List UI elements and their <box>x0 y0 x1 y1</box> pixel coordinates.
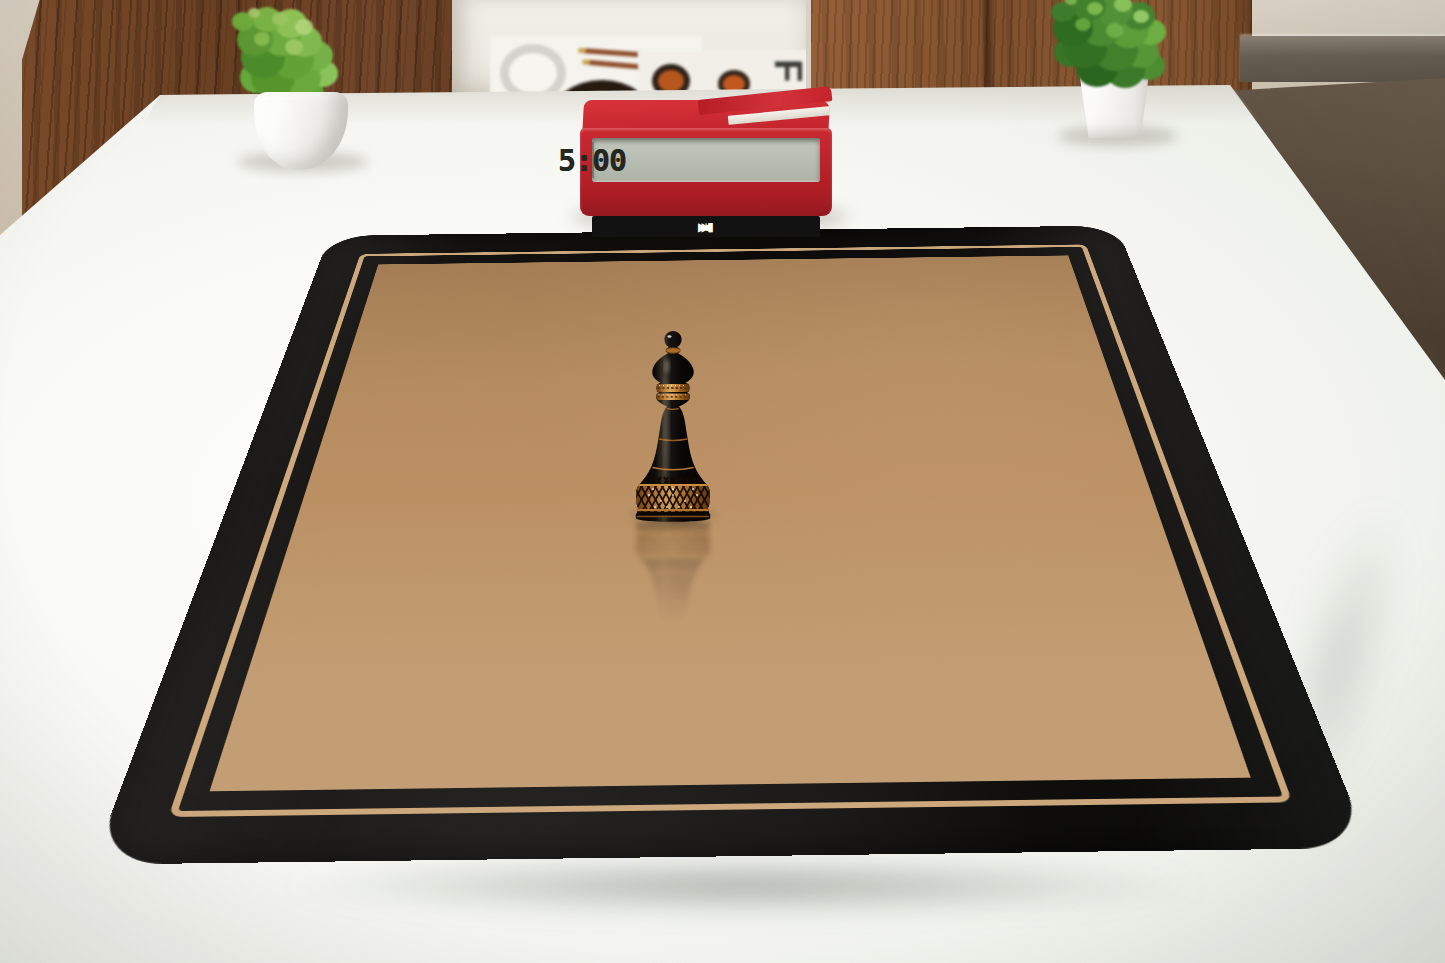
queen-reflection <box>623 519 723 641</box>
board-field <box>210 255 1251 791</box>
left-plant-pot <box>254 92 348 170</box>
right-plant-foliage-highlights <box>1065 0 1077 5</box>
right-plant-pot <box>1072 64 1156 138</box>
black-queen-piece[interactable] <box>623 329 723 523</box>
chopsticks-graphic <box>582 59 644 69</box>
chess-clock: 5:00 5:00 ◀−▶▮+▶ <box>580 98 832 216</box>
left-plant <box>222 6 372 186</box>
right-time: 5:00 <box>558 143 626 178</box>
forward-button[interactable]: ▶ <box>701 221 710 233</box>
clock-button-bar: ◀−▶▮+▶ <box>592 216 820 237</box>
left-plant-foliage-highlights <box>248 8 260 18</box>
wall-rail <box>1240 36 1445 82</box>
right-plant <box>1035 0 1185 172</box>
chopsticks-graphic <box>578 48 640 57</box>
photo-scene: F <box>0 0 1445 963</box>
clock-lcd: 5:00 5:00 <box>592 138 820 182</box>
right-plant-foliage <box>1051 2 1075 22</box>
clock-front-face: 5:00 5:00 ◀−▶▮+▶ <box>580 128 832 216</box>
